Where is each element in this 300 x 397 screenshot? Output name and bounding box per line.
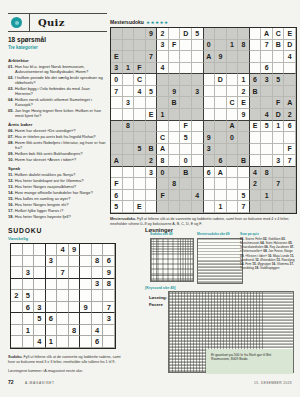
cell-r16c2[interactable] [123,201,135,213]
cell-r8c2[interactable]: 1 [23,325,35,337]
cell-r6c4[interactable]: 5 [146,86,158,98]
cell-r1c16[interactable]: E [284,28,296,40]
cell-r12c10[interactable]: 6 [215,155,227,167]
cell-r2c1[interactable] [11,256,23,268]
cell-r13c13[interactable]: 4 [250,167,262,179]
cell-r11c13[interactable] [250,144,262,156]
cell-r12c16[interactable]: 7 [284,155,296,167]
cell-r1c8[interactable]: 5 [192,28,204,40]
cell-r4c14[interactable]: 6 [261,63,273,75]
cell-r6c16[interactable] [284,86,296,98]
cell-r3c11[interactable] [227,51,239,63]
cell-r16c8[interactable] [192,201,204,213]
cell-r12c2[interactable] [123,155,135,167]
cell-r13c12[interactable] [238,167,250,179]
cell-r10c3[interactable] [134,132,146,144]
cell-r15c16[interactable] [284,190,296,202]
cell-r1c8[interactable] [92,244,104,256]
cell-r8c16[interactable]: 2 [284,109,296,121]
cell-r2c7[interactable] [180,40,192,52]
cell-r3c5[interactable]: 7 [57,267,69,279]
cell-r8c5[interactable]: 1 [157,109,169,121]
cell-r15c1[interactable]: 6 [111,190,123,202]
cell-r13c6[interactable] [169,167,181,179]
cell-r4c7[interactable] [80,279,92,291]
cell-r12c11[interactable] [227,155,239,167]
cell-r16c13[interactable] [250,201,262,213]
cell-r9c9[interactable] [103,336,115,348]
cell-r3c5[interactable] [157,51,169,63]
cell-r10c16[interactable] [284,132,296,144]
cell-r9c3[interactable] [134,121,146,133]
cell-r11c9[interactable]: 3 [204,144,216,156]
cell-r8c7[interactable] [80,325,92,337]
cell-r4c3[interactable] [34,279,46,291]
cell-r14c4[interactable] [146,178,158,190]
cell-r14c15[interactable]: 7 [273,178,285,190]
cell-r10c4[interactable] [146,132,158,144]
cell-r13c3[interactable] [134,167,146,179]
cell-r8c13[interactable] [250,109,262,121]
cell-r10c12[interactable] [238,132,250,144]
cell-r6c2[interactable] [123,86,135,98]
cell-r11c14[interactable] [261,144,273,156]
cell-r3c1[interactable]: E [111,51,123,63]
cell-r11c10[interactable] [215,144,227,156]
cell-r9c1[interactable] [111,121,123,133]
cell-r10c14[interactable] [261,132,273,144]
cell-r7c1[interactable] [11,313,23,325]
cell-r5c6[interactable] [69,290,81,302]
cell-r8c1[interactable] [111,109,123,121]
cell-r8c9[interactable] [103,325,115,337]
cell-r3c1[interactable] [11,267,23,279]
cell-r2c3[interactable] [34,256,46,268]
cell-r16c16[interactable] [284,201,296,213]
cell-r9c11[interactable]: A [227,121,239,133]
cell-r6c4[interactable] [46,302,58,314]
cell-r7c12[interactable]: E [238,97,250,109]
cell-r14c7[interactable] [180,178,192,190]
cell-r6c15[interactable] [273,86,285,98]
cell-r10c13[interactable] [250,132,262,144]
cell-r10c6[interactable] [169,132,181,144]
cell-r1c5[interactable]: 2 [157,28,169,40]
cell-r8c8[interactable] [192,109,204,121]
cell-r4c10[interactable] [215,63,227,75]
cell-r11c15[interactable] [273,144,285,156]
cell-r7c2[interactable] [23,313,35,325]
cell-r13c14[interactable]: 8 [261,167,273,179]
cell-r1c1[interactable] [111,28,123,40]
cell-r15c7[interactable] [180,190,192,202]
cell-r7c14[interactable] [261,97,273,109]
cell-r2c8[interactable]: 8 [92,256,104,268]
cell-r15c6[interactable] [169,190,181,202]
cell-r3c3[interactable] [34,267,46,279]
cell-r15c15[interactable] [273,190,285,202]
cell-r14c5[interactable] [157,178,169,190]
cell-r2c2[interactable] [23,256,35,268]
cell-r9c4[interactable] [146,121,158,133]
cell-r9c8[interactable] [192,121,204,133]
cell-r14c12[interactable] [238,178,250,190]
cell-r8c3[interactable] [34,325,46,337]
cell-r4c8[interactable] [192,63,204,75]
cell-r6c1[interactable] [11,302,23,314]
cell-r15c14[interactable]: 1 [261,190,273,202]
cell-r3c2[interactable]: 3 [23,267,35,279]
cell-r16c12[interactable]: 7 [238,201,250,213]
cell-r5c2[interactable]: 5 [23,290,35,302]
cell-r13c1[interactable] [111,167,123,179]
cell-r9c2[interactable] [23,336,35,348]
cell-r7c13[interactable] [250,97,262,109]
cell-r10c2[interactable] [123,132,135,144]
cell-r5c14[interactable]: 3 [261,74,273,86]
cell-r5c9[interactable] [103,290,115,302]
cell-r5c8[interactable] [192,74,204,86]
cell-r9c7[interactable] [80,336,92,348]
cell-r13c2[interactable] [123,167,135,179]
cell-r1c11[interactable] [227,28,239,40]
cell-r14c11[interactable] [227,178,239,190]
cell-r1c7[interactable] [80,244,92,256]
cell-r15c5[interactable]: F [157,190,169,202]
cell-r10c8[interactable] [192,132,204,144]
cell-r9c8[interactable]: 6 [92,336,104,348]
cell-r8c4[interactable]: E [146,109,158,121]
cell-r3c15[interactable] [273,51,285,63]
cell-r6c10[interactable] [215,86,227,98]
cell-r9c5[interactable] [57,336,69,348]
cell-r7c15[interactable]: F [273,97,285,109]
cell-r3c3[interactable] [134,51,146,63]
cell-r6c7[interactable] [180,86,192,98]
cell-r9c9[interactable] [204,121,216,133]
cell-r6c7[interactable]: 9 [80,302,92,314]
cell-r4c16[interactable] [284,63,296,75]
cell-r11c3[interactable]: 5 [134,144,146,156]
cell-r14c8[interactable] [192,178,204,190]
cell-r13c7[interactable]: B [180,167,192,179]
cell-r1c9[interactable] [204,28,216,40]
cell-r7c3[interactable]: 5 [34,313,46,325]
cell-r9c15[interactable]: 1 [273,121,285,133]
cell-r10c1[interactable] [111,132,123,144]
cell-r14c14[interactable] [261,178,273,190]
cell-r5c6[interactable] [169,74,181,86]
cell-r4c11[interactable] [227,63,239,75]
cell-r8c3[interactable] [134,109,146,121]
cell-r9c5[interactable] [157,121,169,133]
cell-r12c4[interactable]: 2 [146,155,158,167]
cell-r6c3[interactable]: 3 [34,302,46,314]
cell-r13c9[interactable]: 6 [204,167,216,179]
cell-r10c9[interactable]: 9 [204,132,216,144]
cell-r5c3[interactable]: C [134,74,146,86]
cell-r3c7[interactable] [180,51,192,63]
cell-r2c13[interactable] [250,40,262,52]
cell-r8c15[interactable]: D [273,109,285,121]
cell-r13c16[interactable] [284,167,296,179]
cell-r5c11[interactable] [227,74,239,86]
cell-r16c1[interactable]: 5 [111,201,123,213]
cell-r6c12[interactable]: 2 [238,86,250,98]
cell-r11c2[interactable] [123,144,135,156]
cell-r11c4[interactable]: B [146,144,158,156]
cell-r7c9[interactable] [204,97,216,109]
cell-r2c5[interactable]: 3 [157,40,169,52]
cell-r2c2[interactable] [123,40,135,52]
cell-r2c7[interactable] [80,256,92,268]
cell-r2c14[interactable]: 7 [261,40,273,52]
cell-r15c8[interactable]: 4 [192,190,204,202]
cell-r8c2[interactable] [123,109,135,121]
cell-r12c6[interactable] [169,155,181,167]
cell-r9c6[interactable] [69,336,81,348]
cell-r12c1[interactable]: A [111,155,123,167]
cell-r15c13[interactable] [250,190,262,202]
cell-r1c13[interactable] [250,28,262,40]
cell-r15c12[interactable]: 5 [238,190,250,202]
cell-r2c1[interactable] [111,40,123,52]
cell-r1c3[interactable] [134,28,146,40]
cell-r3c9[interactable]: 9 [103,267,115,279]
cell-r6c13[interactable]: B [250,86,262,98]
cell-r5c1[interactable]: 0 [111,74,123,86]
cell-r1c12[interactable] [238,28,250,40]
cell-r1c6[interactable]: 9 [69,244,81,256]
cell-r3c8[interactable] [92,267,104,279]
cell-r6c14[interactable] [261,86,273,98]
cell-r8c10[interactable] [215,109,227,121]
cell-r12c5[interactable]: 8 [157,155,169,167]
cell-r14c9[interactable] [204,178,216,190]
cell-r1c5[interactable]: 4 [57,244,69,256]
cell-r7c3[interactable] [134,97,146,109]
cell-r2c6[interactable] [69,256,81,268]
cell-r7c11[interactable]: C [227,97,239,109]
cell-r9c2[interactable]: 8 [123,121,135,133]
cell-r4c15[interactable] [273,63,285,75]
cell-r16c11[interactable] [227,201,239,213]
cell-r2c9[interactable]: 6 [103,256,115,268]
cell-r2c4[interactable] [146,40,158,52]
cell-r1c14[interactable]: A [261,28,273,40]
cell-r11c11[interactable] [227,144,239,156]
cell-r5c5[interactable] [157,74,169,86]
cell-r15c9[interactable] [204,190,216,202]
cell-r8c9[interactable] [204,109,216,121]
cell-r12c3[interactable] [134,155,146,167]
cell-r9c16[interactable]: 6 [284,121,296,133]
cell-r9c4[interactable]: 1 [46,336,58,348]
cell-r4c7[interactable] [180,63,192,75]
cell-r5c7[interactable] [180,74,192,86]
cell-r6c6[interactable]: 9 [169,86,181,98]
cell-r12c13[interactable] [250,155,262,167]
cell-r12c8[interactable] [192,155,204,167]
cell-r13c5[interactable]: 0 [157,167,169,179]
sudoku-grid[interactable]: 4938637938256397563184416 [10,243,116,349]
cell-r3c10[interactable]: 9 [215,51,227,63]
cell-r4c1[interactable] [11,279,23,291]
cell-r12c9[interactable] [204,155,216,167]
cell-r7c8[interactable] [192,97,204,109]
cell-r7c8[interactable] [92,313,104,325]
cell-r1c4[interactable] [46,244,58,256]
cell-r14c1[interactable]: F [111,178,123,190]
cell-r13c15[interactable] [273,167,285,179]
cell-r9c10[interactable] [215,121,227,133]
cell-r4c1[interactable]: 3 [111,63,123,75]
cell-r15c2[interactable] [123,190,135,202]
cell-r11c16[interactable]: F [284,144,296,156]
cell-r1c1[interactable] [11,244,23,256]
cell-r13c8[interactable] [192,167,204,179]
cell-r14c16[interactable] [284,178,296,190]
cell-r9c3[interactable]: 4 [34,336,46,348]
cell-r10c15[interactable] [273,132,285,144]
cell-r16c14[interactable] [261,201,273,213]
cell-r16c5[interactable] [157,201,169,213]
cell-r9c13[interactable]: E [250,121,262,133]
cell-r7c4[interactable]: 6 [46,313,58,325]
cell-r5c12[interactable]: 1 [238,74,250,86]
cell-r11c8[interactable] [192,144,204,156]
cell-r11c7[interactable] [180,144,192,156]
cell-r8c6[interactable] [169,109,181,121]
cell-r1c15[interactable]: C [273,28,285,40]
cell-r7c1[interactable] [111,97,123,109]
cell-r6c5[interactable] [57,302,69,314]
cell-r12c7[interactable]: 0 [180,155,192,167]
cell-r4c9[interactable]: 8 [103,279,115,291]
cell-r11c12[interactable] [238,144,250,156]
cell-r1c7[interactable]: D [180,28,192,40]
cell-r15c11[interactable] [227,190,239,202]
cell-r7c16[interactable]: A [284,97,296,109]
cell-r5c3[interactable] [34,290,46,302]
cell-r9c14[interactable]: 5 [261,121,273,133]
cell-r6c5[interactable] [157,86,169,98]
cell-r4c4[interactable] [146,63,158,75]
cell-r8c14[interactable]: 4 [261,109,273,121]
cell-r2c8[interactable] [192,40,204,52]
cell-r3c8[interactable] [192,51,204,63]
cell-r7c6[interactable]: B [169,97,181,109]
cell-r2c5[interactable] [57,256,69,268]
cell-r4c6[interactable] [69,279,81,291]
cell-r8c7[interactable] [180,109,192,121]
cell-r4c3[interactable]: F [134,63,146,75]
cell-r1c2[interactable] [123,28,135,40]
cell-r4c4[interactable] [46,279,58,291]
cell-r4c5[interactable]: 4 [157,63,169,75]
cell-r6c8[interactable] [92,302,104,314]
cell-r7c5[interactable] [57,313,69,325]
cell-r5c4[interactable] [146,74,158,86]
cell-r2c6[interactable]: F [169,40,181,52]
cell-r5c10[interactable]: D [215,74,227,86]
cell-r16c7[interactable] [180,201,192,213]
cell-r3c7[interactable] [80,267,92,279]
cell-r5c4[interactable] [46,290,58,302]
cell-r7c9[interactable]: 3 [103,313,115,325]
cell-r11c6[interactable] [169,144,181,156]
cell-r8c8[interactable]: 4 [92,325,104,337]
cell-r16c15[interactable] [273,201,285,213]
cell-r7c10[interactable] [215,97,227,109]
cell-r15c3[interactable] [134,190,146,202]
cell-r9c12[interactable] [238,121,250,133]
cell-r10c7[interactable]: 5 [180,132,192,144]
cell-r8c6[interactable]: 8 [69,325,81,337]
cell-r3c13[interactable] [250,51,262,63]
cell-r9c7[interactable]: F [180,121,192,133]
cell-r6c9[interactable] [204,86,216,98]
cell-r11c1[interactable] [111,144,123,156]
cell-r1c3[interactable] [34,244,46,256]
cell-r7c5[interactable] [157,97,169,109]
cell-r7c4[interactable] [146,97,158,109]
cell-r12c14[interactable] [261,155,273,167]
cell-r2c15[interactable]: B [273,40,285,52]
cell-r3c4[interactable] [46,267,58,279]
cell-r2c4[interactable]: 3 [46,256,58,268]
mestersudoku-grid[interactable]: 92D5ACE3F0187BDE7A9431F460CD1635745932B3… [110,27,297,214]
cell-r8c12[interactable]: 9 [238,109,250,121]
cell-r3c6[interactable] [69,267,81,279]
cell-r3c12[interactable] [238,51,250,63]
cell-r5c15[interactable]: 5 [273,74,285,86]
cell-r8c4[interactable] [46,325,58,337]
cell-r3c6[interactable] [169,51,181,63]
cell-r5c9[interactable] [204,74,216,86]
cell-r5c13[interactable]: 6 [250,74,262,86]
cell-r3c2[interactable] [123,51,135,63]
cell-r14c3[interactable] [134,178,146,190]
cell-r6c2[interactable]: 6 [23,302,35,314]
cell-r4c5[interactable] [57,279,69,291]
cell-r4c8[interactable]: 3 [92,279,104,291]
cell-r2c10[interactable] [215,40,227,52]
cell-r6c8[interactable]: 3 [192,86,204,98]
cell-r3c14[interactable] [261,51,273,63]
cell-r10c11[interactable]: 0 [227,132,239,144]
cell-r5c7[interactable] [80,290,92,302]
cell-r14c10[interactable] [215,178,227,190]
cell-r6c3[interactable]: 4 [134,86,146,98]
cell-r8c5[interactable] [57,325,69,337]
cell-r2c11[interactable]: 1 [227,40,239,52]
cell-r14c13[interactable]: 2 [250,178,262,190]
cell-r6c11[interactable] [227,86,239,98]
cell-r15c10[interactable] [215,190,227,202]
cell-r13c4[interactable]: 3 [146,167,158,179]
cell-r1c4[interactable]: 9 [146,28,158,40]
cell-r6c6[interactable] [69,302,81,314]
cell-r5c16[interactable] [284,74,296,86]
cell-r15c4[interactable] [146,190,158,202]
cell-r5c8[interactable] [92,290,104,302]
cell-r2c12[interactable]: 8 [238,40,250,52]
cell-r4c12[interactable] [238,63,250,75]
cell-r10c10[interactable] [215,132,227,144]
cell-r5c1[interactable]: 2 [11,290,23,302]
cell-r16c6[interactable] [169,201,181,213]
